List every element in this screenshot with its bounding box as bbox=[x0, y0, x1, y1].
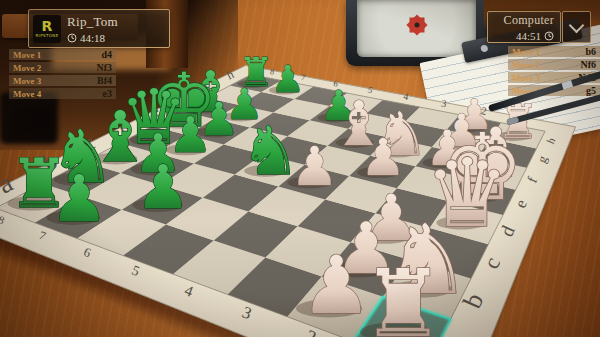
piece-white-rook-a1[interactable]: ♜ bbox=[361, 250, 444, 337]
ripstone-logo-text: RIPSTONE bbox=[35, 34, 58, 38]
move-value: d4 bbox=[101, 49, 112, 60]
move-value: Nf6 bbox=[580, 59, 596, 70]
move-row: Move 1b6 bbox=[508, 46, 600, 57]
move-label: Move 2 bbox=[512, 60, 540, 70]
player-options-button[interactable] bbox=[562, 11, 591, 43]
chevron-down-icon bbox=[569, 17, 585, 33]
clock-icon bbox=[544, 31, 554, 41]
clock-icon bbox=[67, 33, 77, 43]
game-screen: aabbccddeeffgghh1122334455667788♜♟♝♟♟♚♟♟… bbox=[0, 0, 600, 337]
move-value: e3 bbox=[103, 88, 112, 99]
move-label: Move 1 bbox=[512, 47, 540, 57]
piece-black-pawn-b6[interactable]: ♟ bbox=[136, 152, 190, 222]
move-label: Move 3 bbox=[512, 73, 540, 83]
move-value: Nf3 bbox=[96, 62, 112, 73]
ripstone-logo-letter: R bbox=[42, 19, 53, 33]
move-row: Move 3Bf4 bbox=[9, 75, 116, 86]
move-label: Move 4 bbox=[13, 89, 41, 99]
player-clock-white: 44:18 bbox=[67, 32, 118, 44]
player-clock-black: 44:51 bbox=[516, 30, 554, 42]
move-value: g5 bbox=[586, 85, 596, 96]
player-name-black: Computer bbox=[504, 13, 554, 28]
clock-time-white: 44:18 bbox=[80, 32, 105, 44]
player-card-black: Computer 44:51 bbox=[487, 11, 561, 43]
move-label: Move 3 bbox=[13, 76, 41, 86]
move-value: Bf4 bbox=[97, 75, 112, 86]
piece-black-pawn-h7[interactable]: ♟ bbox=[271, 57, 304, 101]
move-row: Move 1d4 bbox=[9, 49, 116, 60]
move-row: Move 2Nf3 bbox=[9, 62, 116, 73]
move-value: b6 bbox=[585, 46, 596, 57]
move-row: Move 4e3 bbox=[9, 88, 116, 99]
move-row: Move 2Nf6 bbox=[508, 59, 600, 70]
clock-time-black: 44:51 bbox=[516, 30, 541, 42]
piece-white-pawn-d4[interactable]: ♟ bbox=[290, 135, 338, 198]
player-card-white: R RIPSTONE Rip_Tom 44:18 bbox=[28, 9, 170, 48]
ripstone-logo: R RIPSTONE bbox=[33, 15, 61, 43]
move-label: Move 2 bbox=[13, 63, 41, 73]
player-name-white: Rip_Tom bbox=[67, 14, 118, 30]
piece-black-pawn-a7[interactable]: ♟ bbox=[50, 161, 108, 236]
move-label: Move 1 bbox=[13, 50, 41, 60]
piece-white-pawn-e3[interactable]: ♟ bbox=[360, 128, 406, 187]
